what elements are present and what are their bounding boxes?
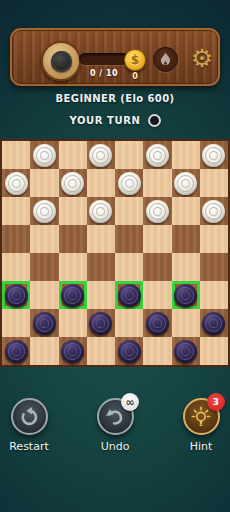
square-b8[interactable] xyxy=(30,141,58,169)
black-piece-a3[interactable] xyxy=(5,284,28,307)
square-b6[interactable] xyxy=(30,197,58,225)
top-toolbar: 0 / 10 $ 0 ⚙ xyxy=(10,28,220,86)
square-d4[interactable] xyxy=(87,253,115,281)
black-piece-c1[interactable] xyxy=(61,340,84,363)
square-e5[interactable] xyxy=(115,225,143,253)
square-h4[interactable] xyxy=(200,253,228,281)
black-piece-b2[interactable] xyxy=(33,312,56,335)
coin-count: 0 xyxy=(116,72,154,81)
square-c1[interactable] xyxy=(59,337,87,365)
square-h3 xyxy=(200,281,228,309)
square-a6 xyxy=(2,197,30,225)
difficulty-label: BEGINNER (Elo 600) xyxy=(0,93,230,104)
square-h8[interactable] xyxy=(200,141,228,169)
white-piece-d6[interactable] xyxy=(89,200,112,223)
gear-icon: ⚙ xyxy=(191,44,213,73)
white-piece-f8[interactable] xyxy=(146,144,169,167)
black-piece-a1[interactable] xyxy=(5,340,28,363)
restart-wrap: Restart xyxy=(1,398,57,453)
black-piece-e1[interactable] xyxy=(118,340,141,363)
square-f5 xyxy=(143,225,171,253)
checkers-app-screen: 0 / 10 $ 0 ⚙ BEGINNER (Elo 600) YOUR TUR… xyxy=(0,0,230,512)
square-a3[interactable] xyxy=(2,281,30,309)
square-g3[interactable] xyxy=(172,281,200,309)
white-piece-b6[interactable] xyxy=(33,200,56,223)
square-b3 xyxy=(30,281,58,309)
undo-badge: ∞ xyxy=(121,393,139,411)
square-g5[interactable] xyxy=(172,225,200,253)
white-piece-d8[interactable] xyxy=(89,144,112,167)
black-piece-h2[interactable] xyxy=(202,312,225,335)
black-piece-e3[interactable] xyxy=(118,284,141,307)
square-f1 xyxy=(143,337,171,365)
square-h1 xyxy=(200,337,228,365)
square-h2[interactable] xyxy=(200,309,228,337)
square-g7[interactable] xyxy=(172,169,200,197)
square-f4[interactable] xyxy=(143,253,171,281)
black-piece-g3[interactable] xyxy=(174,284,197,307)
square-c3[interactable] xyxy=(59,281,87,309)
flame-icon xyxy=(159,52,172,67)
square-b2[interactable] xyxy=(30,309,58,337)
square-b5 xyxy=(30,225,58,253)
white-piece-e7[interactable] xyxy=(118,172,141,195)
square-d5 xyxy=(87,225,115,253)
square-d6[interactable] xyxy=(87,197,115,225)
black-piece-g1[interactable] xyxy=(174,340,197,363)
square-d1 xyxy=(87,337,115,365)
square-h6[interactable] xyxy=(200,197,228,225)
square-c5[interactable] xyxy=(59,225,87,253)
square-e4 xyxy=(115,253,143,281)
square-g6 xyxy=(172,197,200,225)
black-piece-f2[interactable] xyxy=(146,312,169,335)
streak-button[interactable] xyxy=(153,47,178,72)
square-g2 xyxy=(172,309,200,337)
square-d7 xyxy=(87,169,115,197)
hint-wrap: 3 Hint xyxy=(173,398,229,453)
square-c8 xyxy=(59,141,87,169)
square-c2 xyxy=(59,309,87,337)
square-b4[interactable] xyxy=(30,253,58,281)
white-piece-h6[interactable] xyxy=(202,200,225,223)
square-d8[interactable] xyxy=(87,141,115,169)
square-g4 xyxy=(172,253,200,281)
restart-button[interactable] xyxy=(11,398,48,435)
undo-wrap: ∞ Undo xyxy=(87,398,143,453)
square-h5 xyxy=(200,225,228,253)
white-piece-h8[interactable] xyxy=(202,144,225,167)
square-e6 xyxy=(115,197,143,225)
square-c4 xyxy=(59,253,87,281)
square-c6 xyxy=(59,197,87,225)
square-c7[interactable] xyxy=(59,169,87,197)
white-piece-g7[interactable] xyxy=(174,172,197,195)
restart-arrow-icon xyxy=(18,406,40,428)
white-piece-a7[interactable] xyxy=(5,172,28,195)
square-b7 xyxy=(30,169,58,197)
black-piece-d2[interactable] xyxy=(89,312,112,335)
square-g1[interactable] xyxy=(172,337,200,365)
restart-label: Restart xyxy=(9,440,49,453)
undo-label: Undo xyxy=(101,440,130,453)
square-a5[interactable] xyxy=(2,225,30,253)
square-b1 xyxy=(30,337,58,365)
square-g8 xyxy=(172,141,200,169)
square-f7 xyxy=(143,169,171,197)
checkers-board xyxy=(0,139,230,367)
square-a2 xyxy=(2,309,30,337)
white-piece-b8[interactable] xyxy=(33,144,56,167)
square-e7[interactable] xyxy=(115,169,143,197)
white-piece-c7[interactable] xyxy=(61,172,84,195)
coin-icon: $ xyxy=(124,49,146,71)
square-e1[interactable] xyxy=(115,337,143,365)
square-a7[interactable] xyxy=(2,169,30,197)
square-a4 xyxy=(2,253,30,281)
square-e8 xyxy=(115,141,143,169)
level-progress-bar xyxy=(79,53,129,65)
square-d2[interactable] xyxy=(87,309,115,337)
square-e2 xyxy=(115,309,143,337)
square-a1[interactable] xyxy=(2,337,30,365)
square-h7 xyxy=(200,169,228,197)
lightbulb-icon xyxy=(190,406,212,428)
settings-button[interactable]: ⚙ xyxy=(188,44,216,74)
white-piece-f6[interactable] xyxy=(146,200,169,223)
black-piece-c3[interactable] xyxy=(61,284,84,307)
action-bar: Restart ∞ Undo 3 xyxy=(0,398,230,453)
square-a8 xyxy=(2,141,30,169)
square-f6[interactable] xyxy=(143,197,171,225)
turn-indicator-dark-piece xyxy=(148,114,161,127)
turn-label: YOUR TURN xyxy=(69,115,140,126)
square-f8[interactable] xyxy=(143,141,171,169)
undo-arrow-icon xyxy=(104,406,126,428)
square-f2[interactable] xyxy=(143,309,171,337)
square-f3 xyxy=(143,281,171,309)
square-e3[interactable] xyxy=(115,281,143,309)
turn-row: YOUR TURN xyxy=(0,114,230,127)
hint-label: Hint xyxy=(190,440,213,453)
hint-badge: 3 xyxy=(207,393,225,411)
square-d3 xyxy=(87,281,115,309)
